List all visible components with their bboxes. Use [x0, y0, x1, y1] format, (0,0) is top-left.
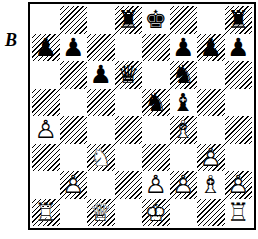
piece-wp-a4: ♟♙	[35, 116, 57, 143]
piece-wq-c1: ♛♕	[90, 199, 112, 226]
piece-bk-e8: ♚	[145, 6, 167, 33]
square-h4	[225, 116, 253, 144]
square-f1	[170, 199, 198, 227]
square-b8	[60, 6, 88, 34]
piece-bp-b7: ♟	[62, 34, 84, 61]
piece-wb-g2: ♝♗	[200, 171, 222, 198]
square-h8: ♜	[225, 6, 253, 34]
piece-wk-e1: ♚♔	[145, 199, 167, 226]
piece-face: ♕	[90, 199, 112, 227]
square-f3	[170, 144, 198, 172]
square-d6: ♛	[115, 61, 143, 89]
square-h3	[225, 144, 253, 172]
square-d3	[115, 144, 143, 172]
square-d4	[115, 116, 143, 144]
piece-face: ♙	[172, 171, 194, 199]
piece-face: ♙	[227, 171, 249, 199]
piece-face: ♙	[145, 171, 167, 199]
piece-bp-f7: ♟	[172, 34, 194, 61]
square-b4	[60, 116, 88, 144]
piece-br-h8: ♜	[227, 6, 249, 33]
piece-bp-h7: ♟	[227, 34, 249, 61]
square-d7	[115, 34, 143, 62]
square-d8: ♜	[115, 6, 143, 34]
piece-br-d8: ♜	[117, 6, 139, 33]
piece-face: ♙	[35, 116, 57, 144]
piece-wp-e2: ♟♙	[145, 171, 167, 198]
square-b1	[60, 199, 88, 227]
square-e4	[142, 116, 170, 144]
square-c8	[87, 6, 115, 34]
square-c3: ♞♘	[87, 144, 115, 172]
square-f6: ♞	[170, 61, 198, 89]
square-a6	[32, 61, 60, 89]
square-d5	[115, 89, 143, 117]
square-g6	[197, 61, 225, 89]
square-e1: ♚♔	[142, 199, 170, 227]
piece-wp-g3: ♟♙	[200, 144, 222, 171]
square-f4: ♝♗	[170, 116, 198, 144]
square-c6: ♟	[87, 61, 115, 89]
piece-wp-h2: ♟♙	[227, 171, 249, 198]
square-h1: ♜♖	[225, 199, 253, 227]
square-h2: ♟♙	[225, 171, 253, 199]
square-c4	[87, 116, 115, 144]
piece-bp-c6: ♟	[90, 61, 112, 88]
square-d2	[115, 171, 143, 199]
square-h7: ♟	[225, 34, 253, 62]
square-f7: ♟	[170, 34, 198, 62]
square-f2: ♟♙	[170, 171, 198, 199]
square-f5: ♝	[170, 89, 198, 117]
square-e5: ♞	[142, 89, 170, 117]
piece-wp-f2: ♟♙	[172, 171, 194, 198]
square-a4: ♟♙	[32, 116, 60, 144]
square-b7: ♟	[60, 34, 88, 62]
square-d1	[115, 199, 143, 227]
square-f8	[170, 6, 198, 34]
side-to-move-label: B	[5, 30, 17, 51]
square-b2: ♟♙	[60, 171, 88, 199]
piece-wn-c3: ♞♘	[90, 144, 112, 171]
square-e7	[142, 34, 170, 62]
piece-bn-e5: ♞	[145, 89, 167, 116]
piece-face: ♔	[145, 199, 167, 227]
square-a1: ♜♖	[32, 199, 60, 227]
square-b3	[60, 144, 88, 172]
square-a5	[32, 89, 60, 117]
square-e3	[142, 144, 170, 172]
piece-wb-f4: ♝♗	[172, 116, 194, 143]
square-g1	[197, 199, 225, 227]
piece-bn-f6: ♞	[172, 61, 194, 88]
piece-face: ♖	[227, 199, 249, 227]
piece-wr-h1: ♜♖	[227, 199, 249, 226]
square-a7: ♟	[32, 34, 60, 62]
piece-face: ♙	[200, 144, 222, 172]
piece-face: ♘	[90, 144, 112, 172]
square-e2: ♟♙	[142, 171, 170, 199]
piece-bp-a7: ♟	[35, 34, 57, 61]
chess-board: ♜♚♜♟♟♟♟♟♟♛♞♞♝♟♙♝♗♞♘♟♙♟♙♟♙♟♙♝♗♟♙♜♖♛♕♚♔♜♖	[28, 2, 256, 230]
square-g8	[197, 6, 225, 34]
square-a3	[32, 144, 60, 172]
piece-wp-b2: ♟♙	[62, 171, 84, 198]
piece-wr-a1: ♜♖	[35, 199, 57, 226]
square-g5	[197, 89, 225, 117]
square-c2	[87, 171, 115, 199]
piece-bp-g7: ♟	[200, 34, 222, 61]
square-g3: ♟♙	[197, 144, 225, 172]
square-a8	[32, 6, 60, 34]
piece-face: ♗	[172, 116, 194, 144]
square-g2: ♝♗	[197, 171, 225, 199]
square-g7: ♟	[197, 34, 225, 62]
square-e6	[142, 61, 170, 89]
chess-diagram: B ♜♚♜♟♟♟♟♟♟♛♞♞♝♟♙♝♗♞♘♟♙♟♙♟♙♟♙♝♗♟♙♜♖♛♕♚♔♜…	[0, 0, 258, 239]
square-b5	[60, 89, 88, 117]
piece-bq-d6: ♛	[117, 61, 139, 88]
square-c7	[87, 34, 115, 62]
square-h5	[225, 89, 253, 117]
square-e8: ♚	[142, 6, 170, 34]
piece-face: ♗	[200, 171, 222, 199]
piece-bb-f5: ♝	[172, 89, 194, 116]
square-g4	[197, 116, 225, 144]
piece-face: ♖	[35, 199, 57, 227]
square-b6	[60, 61, 88, 89]
square-c5	[87, 89, 115, 117]
square-h6	[225, 61, 253, 89]
piece-face: ♙	[62, 171, 84, 199]
square-c1: ♛♕	[87, 199, 115, 227]
square-a2	[32, 171, 60, 199]
